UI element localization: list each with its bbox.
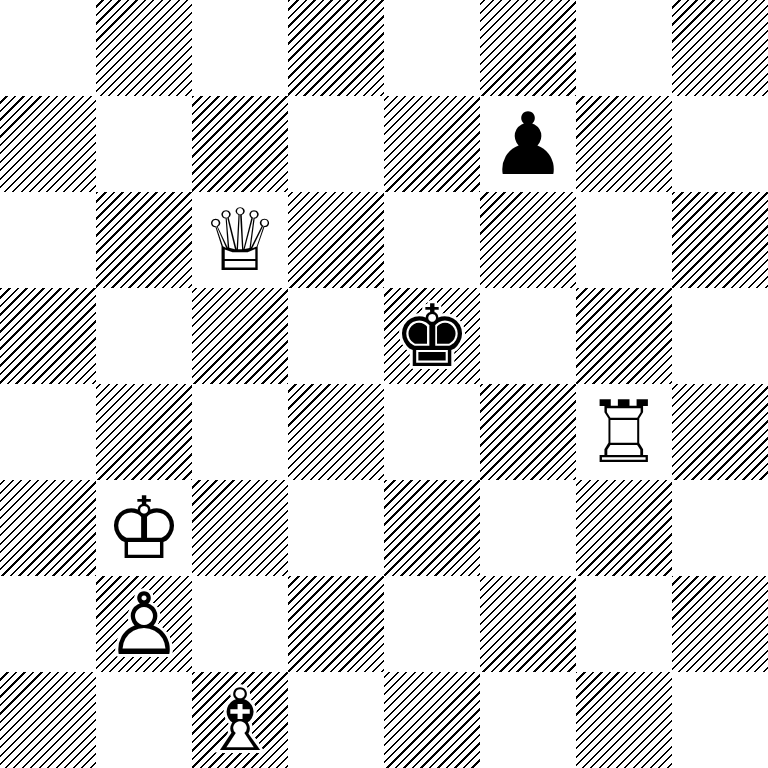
square-a2[interactable] [0, 576, 96, 672]
square-d4[interactable] [288, 384, 384, 480]
square-g4[interactable]: ♜♖ [576, 384, 672, 480]
square-h6[interactable] [672, 192, 768, 288]
square-c7[interactable] [192, 96, 288, 192]
square-f3[interactable] [480, 480, 576, 576]
square-e1[interactable] [384, 672, 480, 768]
square-e7[interactable] [384, 96, 480, 192]
square-f2[interactable] [480, 576, 576, 672]
square-g5[interactable] [576, 288, 672, 384]
square-c8[interactable] [192, 0, 288, 96]
square-c1[interactable]: ♝♗ [192, 672, 288, 768]
square-d1[interactable] [288, 672, 384, 768]
square-d8[interactable] [288, 0, 384, 96]
square-b5[interactable] [96, 288, 192, 384]
square-h5[interactable] [672, 288, 768, 384]
square-e3[interactable] [384, 480, 480, 576]
piece-white-pawn-b2[interactable]: ♟♙ [96, 576, 192, 672]
piece-white-king-b3[interactable]: ♚♔ [96, 480, 192, 576]
square-g6[interactable] [576, 192, 672, 288]
square-g7[interactable] [576, 96, 672, 192]
white-rook-glyph: ♖ [576, 384, 672, 480]
square-b4[interactable] [96, 384, 192, 480]
square-h7[interactable] [672, 96, 768, 192]
square-e6[interactable] [384, 192, 480, 288]
square-c3[interactable] [192, 480, 288, 576]
square-d2[interactable] [288, 576, 384, 672]
square-b3[interactable]: ♚♔ [96, 480, 192, 576]
piece-black-pawn-f7[interactable]: ♟♟ [480, 96, 576, 192]
square-b1[interactable] [96, 672, 192, 768]
square-e4[interactable] [384, 384, 480, 480]
square-e5[interactable]: ♚♚ [384, 288, 480, 384]
square-c5[interactable] [192, 288, 288, 384]
square-a8[interactable] [0, 0, 96, 96]
square-h1[interactable] [672, 672, 768, 768]
square-a6[interactable] [0, 192, 96, 288]
square-f8[interactable] [480, 0, 576, 96]
square-e2[interactable] [384, 576, 480, 672]
piece-white-queen-c6[interactable]: ♛♕ [192, 192, 288, 288]
square-d3[interactable] [288, 480, 384, 576]
white-king-glyph: ♔ [96, 480, 192, 576]
chess-board: ♟♟♛♕♚♚♜♖♚♔♟♙♝♗ [0, 0, 768, 768]
square-h2[interactable] [672, 576, 768, 672]
piece-white-rook-g4[interactable]: ♜♖ [576, 384, 672, 480]
square-a7[interactable] [0, 96, 96, 192]
square-f7[interactable]: ♟♟ [480, 96, 576, 192]
black-pawn-glyph: ♟ [480, 96, 576, 192]
square-e8[interactable] [384, 0, 480, 96]
square-c4[interactable] [192, 384, 288, 480]
square-b7[interactable] [96, 96, 192, 192]
white-queen-glyph: ♕ [192, 192, 288, 288]
black-king-glyph: ♚ [384, 288, 480, 384]
piece-white-bishop-c1[interactable]: ♝♗ [192, 672, 288, 768]
square-h8[interactable] [672, 0, 768, 96]
piece-black-king-e5[interactable]: ♚♚ [384, 288, 480, 384]
square-g3[interactable] [576, 480, 672, 576]
square-d5[interactable] [288, 288, 384, 384]
square-b6[interactable] [96, 192, 192, 288]
square-f6[interactable] [480, 192, 576, 288]
square-d7[interactable] [288, 96, 384, 192]
square-c2[interactable] [192, 576, 288, 672]
square-g2[interactable] [576, 576, 672, 672]
square-h4[interactable] [672, 384, 768, 480]
square-a5[interactable] [0, 288, 96, 384]
white-pawn-glyph: ♙ [96, 576, 192, 672]
square-a1[interactable] [0, 672, 96, 768]
white-bishop-glyph: ♗ [192, 672, 288, 768]
square-f1[interactable] [480, 672, 576, 768]
square-d6[interactable] [288, 192, 384, 288]
square-g1[interactable] [576, 672, 672, 768]
square-b2[interactable]: ♟♙ [96, 576, 192, 672]
square-b8[interactable] [96, 0, 192, 96]
square-g8[interactable] [576, 0, 672, 96]
square-h3[interactable] [672, 480, 768, 576]
square-f4[interactable] [480, 384, 576, 480]
square-f5[interactable] [480, 288, 576, 384]
square-a4[interactable] [0, 384, 96, 480]
square-a3[interactable] [0, 480, 96, 576]
square-c6[interactable]: ♛♕ [192, 192, 288, 288]
